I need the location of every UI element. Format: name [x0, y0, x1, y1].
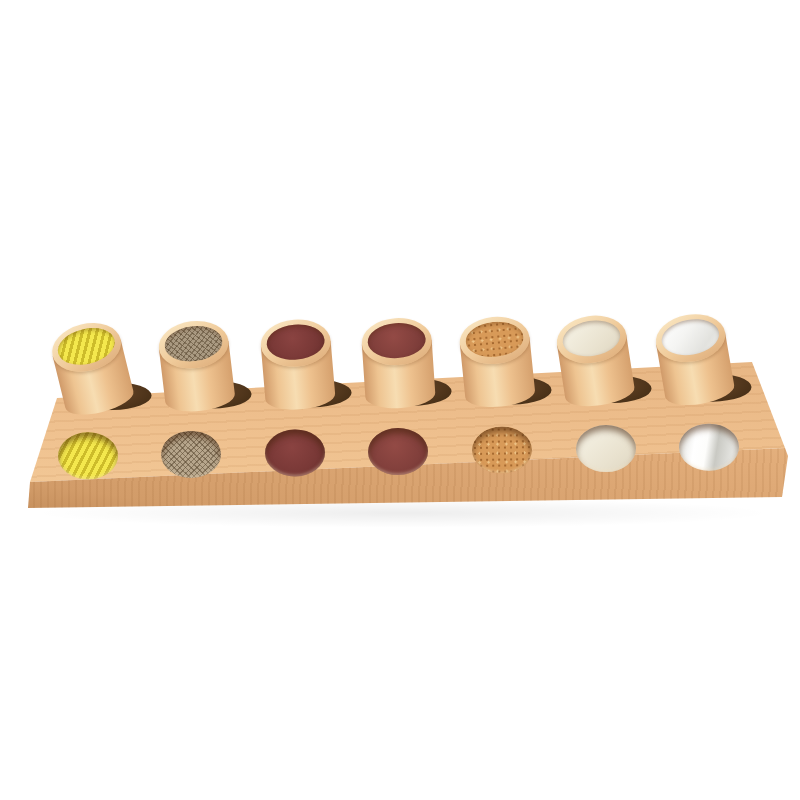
texture-cylinder-burlap[interactable] [156, 317, 236, 415]
station-5-disc-slot [450, 418, 554, 481]
burlap-texture [163, 323, 225, 365]
station-1-cylinder-slot [49, 299, 151, 412]
texture-cylinder-dark-sandpaper[interactable] [259, 317, 336, 413]
station-7-cylinder-slot [649, 291, 751, 404]
sandpaper-texture [367, 321, 427, 360]
texture-disc-felt[interactable] [575, 424, 636, 472]
disc-row [36, 415, 762, 487]
texture-disc-sandpaper[interactable] [368, 427, 429, 475]
texture-disc-dark-sandpaper[interactable] [265, 429, 326, 477]
texture-cylinder-felt[interactable] [553, 311, 636, 411]
station-5-cylinder-slot [449, 294, 551, 407]
station-2-disc-slot [139, 422, 243, 485]
station-7-disc-slot [657, 415, 761, 478]
texture-cylinder-cork[interactable] [457, 313, 536, 410]
cylinder-row [49, 291, 750, 413]
texture-board [24, 350, 794, 525]
dark-sandpaper-texture [265, 322, 326, 362]
texture-cylinder-mirror[interactable] [652, 309, 736, 410]
station-1-disc-slot [36, 424, 140, 487]
station-4-disc-slot [346, 419, 450, 482]
mirror-texture [659, 315, 722, 359]
texture-cylinder-sandpaper[interactable] [360, 316, 436, 410]
station-4-cylinder-slot [349, 295, 451, 408]
texture-disc-corrugated-yellow[interactable] [57, 431, 118, 479]
station-3-disc-slot [243, 421, 347, 484]
felt-texture [560, 317, 623, 360]
station-6-disc-slot [553, 416, 657, 479]
station-2-cylinder-slot [149, 298, 251, 411]
product-photo-scene [0, 0, 800, 800]
texture-disc-burlap[interactable] [161, 430, 222, 478]
texture-disc-cork[interactable] [472, 426, 533, 474]
texture-cylinder-corrugated-yellow[interactable] [47, 316, 136, 420]
cork-texture [464, 319, 525, 360]
texture-disc-mirror[interactable] [679, 423, 740, 471]
station-6-cylinder-slot [549, 293, 651, 406]
station-3-cylinder-slot [249, 297, 351, 410]
